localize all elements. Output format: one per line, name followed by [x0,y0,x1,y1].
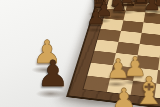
pieces-layer: ♛♟♟♞♜♚♟♝♟♟♟♝♟♟ [0,0,160,107]
dark-pawn-icon: ♟ [37,56,69,92]
dark-pawn-a6[interactable]: ♟ [87,7,106,28]
dark-pawn-icon: ♟ [143,0,160,13]
dark-pawn-c7[interactable]: ♟ [143,0,160,13]
light-pawn-b2[interactable]: ♟ [106,55,130,82]
photo-scene: ♛♟♟♞♜♚♟♝♟♟♟♝♟♟ [0,0,160,107]
light-pawn-icon: ♟ [111,85,137,107]
light-pawn-icon: ♟ [106,55,130,82]
light-pawn-b1[interactable]: ♟ [111,85,137,107]
offboard-dark-pawn[interactable]: ♟ [37,56,69,92]
dark-pawn-icon: ♟ [87,7,106,28]
